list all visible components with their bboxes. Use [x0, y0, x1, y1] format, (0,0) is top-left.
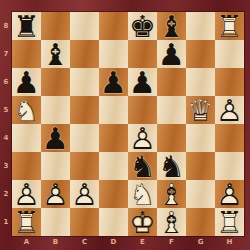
square-g7[interactable]: [186, 40, 215, 68]
square-f8[interactable]: ♝: [157, 12, 186, 40]
square-c3[interactable]: [70, 152, 99, 180]
square-h5[interactable]: ♟♙: [215, 96, 244, 124]
square-h1[interactable]: ♜♖: [215, 208, 244, 236]
square-f7[interactable]: ♟: [157, 40, 186, 68]
square-h4[interactable]: [215, 124, 244, 152]
white-pawn: ♟♙: [12, 180, 41, 208]
square-e8[interactable]: ♚: [128, 12, 157, 40]
black-rook: ♜: [12, 12, 41, 40]
square-c1[interactable]: [70, 208, 99, 236]
white-rook: ♜♖: [215, 208, 244, 236]
square-g2[interactable]: [186, 180, 215, 208]
white-king: ♚♔: [128, 208, 157, 236]
white-bishop: ♝♗: [157, 208, 186, 236]
square-h7[interactable]: [215, 40, 244, 68]
square-f3[interactable]: ♞: [157, 152, 186, 180]
square-b6[interactable]: [41, 68, 70, 96]
rank-label-8: 8: [0, 12, 12, 40]
square-g1[interactable]: [186, 208, 215, 236]
file-label-e: E: [128, 236, 157, 250]
rank-label-7: 7: [0, 40, 12, 68]
square-e5[interactable]: [128, 96, 157, 124]
black-pawn: ♟: [41, 124, 70, 152]
white-pawn: ♟♙: [41, 180, 70, 208]
white-rook: ♜♖: [215, 12, 244, 40]
square-g6[interactable]: [186, 68, 215, 96]
chess-board: ♜♚♝♜♖♝♟♟♟♟♞♘♛♕♟♙♟♟♙♞♞♟♙♟♙♟♙♞♘♝♗♟♙♜♖♚♔♝♗♜…: [12, 12, 244, 236]
black-bishop: ♝: [157, 12, 186, 40]
square-d6[interactable]: ♟: [99, 68, 128, 96]
file-label-b: B: [41, 236, 70, 250]
square-f6[interactable]: [157, 68, 186, 96]
square-a8[interactable]: ♜: [12, 12, 41, 40]
rank-label-2: 2: [0, 180, 12, 208]
square-d4[interactable]: [99, 124, 128, 152]
square-e1[interactable]: ♚♔: [128, 208, 157, 236]
black-pawn: ♟: [12, 68, 41, 96]
square-b3[interactable]: [41, 152, 70, 180]
white-rook: ♜♖: [12, 208, 41, 236]
square-g8[interactable]: [186, 12, 215, 40]
square-h3[interactable]: [215, 152, 244, 180]
square-g4[interactable]: [186, 124, 215, 152]
square-c7[interactable]: [70, 40, 99, 68]
square-f2[interactable]: ♝♗: [157, 180, 186, 208]
square-d7[interactable]: [99, 40, 128, 68]
rank-label-4: 4: [0, 124, 12, 152]
rank-labels: 87654321: [0, 12, 12, 236]
square-h8[interactable]: ♜♖: [215, 12, 244, 40]
square-c6[interactable]: [70, 68, 99, 96]
white-pawn: ♟♙: [128, 124, 157, 152]
square-c2[interactable]: ♟♙: [70, 180, 99, 208]
black-knight: ♞: [128, 152, 157, 180]
square-b1[interactable]: [41, 208, 70, 236]
black-king: ♚: [128, 12, 157, 40]
chess-board-frame: 87654321 ♜♚♝♜♖♝♟♟♟♟♞♘♛♕♟♙♟♟♙♞♞♟♙♟♙♟♙♞♘♝♗…: [0, 0, 250, 250]
square-c8[interactable]: [70, 12, 99, 40]
white-knight: ♞♘: [128, 180, 157, 208]
white-queen: ♛♕: [186, 96, 215, 124]
square-a4[interactable]: [12, 124, 41, 152]
black-pawn: ♟: [128, 68, 157, 96]
square-d3[interactable]: [99, 152, 128, 180]
square-b4[interactable]: ♟: [41, 124, 70, 152]
square-b2[interactable]: ♟♙: [41, 180, 70, 208]
rank-label-3: 3: [0, 152, 12, 180]
file-labels: ABCDEFGH: [12, 236, 244, 250]
square-a1[interactable]: ♜♖: [12, 208, 41, 236]
white-pawn: ♟♙: [215, 180, 244, 208]
file-label-d: D: [99, 236, 128, 250]
square-c4[interactable]: [70, 124, 99, 152]
white-pawn: ♟♙: [215, 96, 244, 124]
file-label-f: F: [157, 236, 186, 250]
square-h6[interactable]: [215, 68, 244, 96]
white-pawn: ♟♙: [70, 180, 99, 208]
rank-label-1: 1: [0, 208, 12, 236]
square-a2[interactable]: ♟♙: [12, 180, 41, 208]
square-b5[interactable]: [41, 96, 70, 124]
square-f4[interactable]: [157, 124, 186, 152]
square-d5[interactable]: [99, 96, 128, 124]
square-a5[interactable]: ♞♘: [12, 96, 41, 124]
square-e7[interactable]: [128, 40, 157, 68]
square-b8[interactable]: [41, 12, 70, 40]
square-h2[interactable]: ♟♙: [215, 180, 244, 208]
rank-label-5: 5: [0, 96, 12, 124]
square-c5[interactable]: [70, 96, 99, 124]
square-d8[interactable]: [99, 12, 128, 40]
file-label-c: C: [70, 236, 99, 250]
black-bishop: ♝: [41, 40, 70, 68]
white-knight: ♞♘: [12, 96, 41, 124]
square-f5[interactable]: [157, 96, 186, 124]
square-f1[interactable]: ♝♗: [157, 208, 186, 236]
square-e2[interactable]: ♞♘: [128, 180, 157, 208]
square-d1[interactable]: [99, 208, 128, 236]
square-a3[interactable]: [12, 152, 41, 180]
file-label-a: A: [12, 236, 41, 250]
square-a7[interactable]: [12, 40, 41, 68]
black-pawn: ♟: [99, 68, 128, 96]
file-label-h: H: [215, 236, 244, 250]
square-a6[interactable]: ♟: [12, 68, 41, 96]
rank-label-6: 6: [0, 68, 12, 96]
square-e4[interactable]: ♟♙: [128, 124, 157, 152]
square-e3[interactable]: ♞: [128, 152, 157, 180]
black-pawn: ♟: [157, 40, 186, 68]
square-e6[interactable]: ♟: [128, 68, 157, 96]
square-g5[interactable]: ♛♕: [186, 96, 215, 124]
square-b7[interactable]: ♝: [41, 40, 70, 68]
white-bishop: ♝♗: [157, 180, 186, 208]
black-knight: ♞: [157, 152, 186, 180]
square-d2[interactable]: [99, 180, 128, 208]
square-g3[interactable]: [186, 152, 215, 180]
file-label-g: G: [186, 236, 215, 250]
